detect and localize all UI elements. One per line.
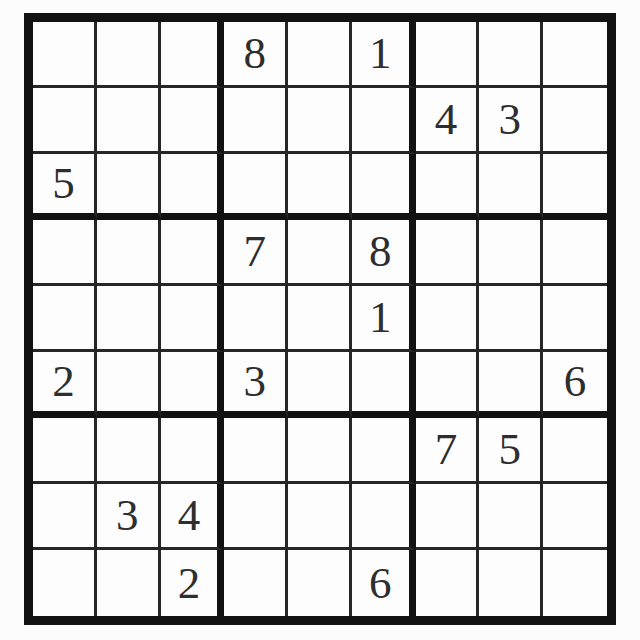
cell-r8c2-given-3[interactable]: 3 [97, 484, 161, 550]
cell-r5c2[interactable] [97, 286, 161, 352]
cell-r6c9-given-6[interactable]: 6 [543, 352, 607, 418]
cell-r8c7[interactable] [416, 484, 480, 550]
cell-r4c9[interactable] [543, 220, 607, 286]
cell-r3c1-given-5[interactable]: 5 [33, 154, 97, 220]
sudoku-board: 81435781236753426 [24, 13, 616, 625]
cell-r7c2[interactable] [97, 418, 161, 484]
cell-r4c2[interactable] [97, 220, 161, 286]
cell-r2c9[interactable] [543, 88, 607, 154]
cell-r9c7[interactable] [416, 550, 480, 616]
cell-r9c4[interactable] [224, 550, 288, 616]
cell-r8c3-given-4[interactable]: 4 [161, 484, 225, 550]
cell-r2c6[interactable] [352, 88, 416, 154]
cell-r5c4[interactable] [224, 286, 288, 352]
cell-r3c8[interactable] [479, 154, 543, 220]
cell-r1c3[interactable] [161, 22, 225, 88]
cell-r1c7[interactable] [416, 22, 480, 88]
cell-r5c3[interactable] [161, 286, 225, 352]
cell-r4c8[interactable] [479, 220, 543, 286]
cell-r2c4[interactable] [224, 88, 288, 154]
cell-r6c2[interactable] [97, 352, 161, 418]
cell-r4c7[interactable] [416, 220, 480, 286]
cell-r5c6-given-1[interactable]: 1 [352, 286, 416, 352]
cell-r3c3[interactable] [161, 154, 225, 220]
cell-r5c9[interactable] [543, 286, 607, 352]
cell-r2c8-given-3[interactable]: 3 [479, 88, 543, 154]
cell-r4c1[interactable] [33, 220, 97, 286]
cell-r1c2[interactable] [97, 22, 161, 88]
cell-r7c3[interactable] [161, 418, 225, 484]
cell-r2c1[interactable] [33, 88, 97, 154]
page: 81435781236753426 [0, 0, 640, 640]
cell-r8c5[interactable] [288, 484, 352, 550]
cell-r2c7-given-4[interactable]: 4 [416, 88, 480, 154]
cell-r4c6-given-8[interactable]: 8 [352, 220, 416, 286]
cell-r2c3[interactable] [161, 88, 225, 154]
cell-r5c7[interactable] [416, 286, 480, 352]
cell-r4c3[interactable] [161, 220, 225, 286]
cell-r8c9[interactable] [543, 484, 607, 550]
cell-r4c4-given-7[interactable]: 7 [224, 220, 288, 286]
cell-r6c8[interactable] [479, 352, 543, 418]
cell-r7c7-given-7[interactable]: 7 [416, 418, 480, 484]
cell-r8c6[interactable] [352, 484, 416, 550]
cell-r9c5[interactable] [288, 550, 352, 616]
cell-r1c8[interactable] [479, 22, 543, 88]
cell-r5c5[interactable] [288, 286, 352, 352]
cell-r7c1[interactable] [33, 418, 97, 484]
cell-r7c8-given-5[interactable]: 5 [479, 418, 543, 484]
cell-r1c6-given-1[interactable]: 1 [352, 22, 416, 88]
cell-r8c4[interactable] [224, 484, 288, 550]
cell-r9c2[interactable] [97, 550, 161, 616]
cell-r6c7[interactable] [416, 352, 480, 418]
cell-r8c1[interactable] [33, 484, 97, 550]
cell-r9c8[interactable] [479, 550, 543, 616]
cell-r7c9[interactable] [543, 418, 607, 484]
cell-r2c2[interactable] [97, 88, 161, 154]
cell-r6c4-given-3[interactable]: 3 [224, 352, 288, 418]
cell-r3c4[interactable] [224, 154, 288, 220]
cell-r3c9[interactable] [543, 154, 607, 220]
cell-r1c9[interactable] [543, 22, 607, 88]
cell-r7c4[interactable] [224, 418, 288, 484]
cell-r7c6[interactable] [352, 418, 416, 484]
cell-r4c5[interactable] [288, 220, 352, 286]
cell-r3c5[interactable] [288, 154, 352, 220]
cell-r5c8[interactable] [479, 286, 543, 352]
cell-r9c1[interactable] [33, 550, 97, 616]
cell-r5c1[interactable] [33, 286, 97, 352]
cell-r3c6[interactable] [352, 154, 416, 220]
cell-r6c3[interactable] [161, 352, 225, 418]
cell-r9c6-given-6[interactable]: 6 [352, 550, 416, 616]
cell-r6c1-given-2[interactable]: 2 [33, 352, 97, 418]
cell-r1c5[interactable] [288, 22, 352, 88]
cell-r8c8[interactable] [479, 484, 543, 550]
cell-r7c5[interactable] [288, 418, 352, 484]
cell-r6c5[interactable] [288, 352, 352, 418]
cell-r1c4-given-8[interactable]: 8 [224, 22, 288, 88]
cell-r9c3-given-2[interactable]: 2 [161, 550, 225, 616]
cell-r1c1[interactable] [33, 22, 97, 88]
cell-r2c5[interactable] [288, 88, 352, 154]
cell-r3c2[interactable] [97, 154, 161, 220]
cell-r9c9-given-undefined[interactable] [543, 550, 607, 616]
cell-r3c7[interactable] [416, 154, 480, 220]
cell-r6c6[interactable] [352, 352, 416, 418]
